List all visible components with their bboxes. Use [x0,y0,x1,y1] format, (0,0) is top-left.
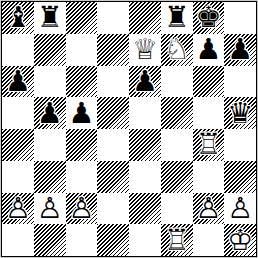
piece-outline-layer: ♖ [193,129,225,161]
piece-glyph-layer: ♟ [66,97,98,129]
square-e5[interactable] [129,97,161,129]
square-g5[interactable] [193,97,225,129]
piece-black-rook-icon[interactable]: ♜ [161,2,193,34]
square-d8[interactable] [97,2,129,34]
square-a2[interactable]: ♟♙ [2,193,34,225]
square-d4[interactable] [97,129,129,161]
square-h4[interactable] [224,129,256,161]
piece-black-pawn-icon[interactable]: ♟ [224,34,256,66]
piece-outline-layer: ♖ [161,224,193,256]
square-g2[interactable]: ♟♙ [193,193,225,225]
square-e4[interactable] [129,129,161,161]
square-a4[interactable] [2,129,34,161]
square-h3[interactable] [224,161,256,193]
square-h2[interactable]: ♟♙ [224,193,256,225]
square-f2[interactable] [161,193,193,225]
piece-outline-layer: ♙ [34,193,66,225]
square-h6[interactable] [224,66,256,98]
square-a5[interactable] [2,97,34,129]
piece-glyph-layer: ♜ [161,2,193,34]
piece-white-rook-icon[interactable]: ♜♖ [193,129,225,161]
square-b6[interactable] [34,66,66,98]
piece-black-rook-icon[interactable]: ♜ [34,2,66,34]
square-d5[interactable] [97,97,129,129]
square-a1[interactable] [2,224,34,256]
square-a6[interactable]: ♟ [2,66,34,98]
piece-glyph-layer: ♟ [193,34,225,66]
square-f3[interactable] [161,161,193,193]
chess-board: ♝♜♜♚♛♕♞♘♟♟♟♟♟♟♛♜♖♟♙♟♙♟♙♟♙♟♙♜♖♚♔ [1,1,257,257]
square-g8[interactable]: ♚ [193,2,225,34]
piece-outline-layer: ♔ [224,224,256,256]
square-f6[interactable] [161,66,193,98]
square-g7[interactable]: ♟ [193,34,225,66]
piece-white-pawn-icon[interactable]: ♟♙ [224,193,256,225]
piece-black-bishop-icon[interactable]: ♝ [2,2,34,34]
square-e1[interactable] [129,224,161,256]
square-h5[interactable]: ♛ [224,97,256,129]
square-b7[interactable] [34,34,66,66]
square-c1[interactable] [66,224,98,256]
square-b2[interactable]: ♟♙ [34,193,66,225]
piece-black-pawn-icon[interactable]: ♟ [129,66,161,98]
piece-black-pawn-icon[interactable]: ♟ [193,34,225,66]
piece-glyph-layer: ♛ [224,97,256,129]
square-e3[interactable] [129,161,161,193]
square-f7[interactable]: ♞♘ [161,34,193,66]
piece-white-pawn-icon[interactable]: ♟♙ [2,193,34,225]
square-c5[interactable]: ♟ [66,97,98,129]
square-e7[interactable]: ♛♕ [129,34,161,66]
piece-outline-layer: ♙ [193,193,225,225]
square-d1[interactable] [97,224,129,256]
square-f8[interactable]: ♜ [161,2,193,34]
piece-white-queen-icon[interactable]: ♛♕ [129,34,161,66]
piece-white-rook-icon[interactable]: ♜♖ [161,224,193,256]
piece-black-pawn-icon[interactable]: ♟ [66,97,98,129]
square-c2[interactable]: ♟♙ [66,193,98,225]
piece-black-pawn-icon[interactable]: ♟ [34,97,66,129]
chess-diagram: ♝♜♜♚♛♕♞♘♟♟♟♟♟♟♛♜♖♟♙♟♙♟♙♟♙♟♙♜♖♚♔ [0,0,258,258]
piece-white-pawn-icon[interactable]: ♟♙ [34,193,66,225]
square-d6[interactable] [97,66,129,98]
square-b8[interactable]: ♜ [34,2,66,34]
square-c6[interactable] [66,66,98,98]
piece-white-knight-icon[interactable]: ♞♘ [161,34,193,66]
piece-white-pawn-icon[interactable]: ♟♙ [193,193,225,225]
piece-outline-layer: ♘ [161,34,193,66]
square-f5[interactable] [161,97,193,129]
square-a8[interactable]: ♝ [2,2,34,34]
piece-outline-layer: ♙ [66,193,98,225]
piece-black-queen-icon[interactable]: ♛ [224,97,256,129]
piece-outline-layer: ♙ [2,193,34,225]
piece-glyph-layer: ♟ [224,34,256,66]
piece-outline-layer: ♕ [129,34,161,66]
square-g4[interactable]: ♜♖ [193,129,225,161]
square-d2[interactable] [97,193,129,225]
square-f1[interactable]: ♜♖ [161,224,193,256]
square-a7[interactable] [2,34,34,66]
piece-white-pawn-icon[interactable]: ♟♙ [66,193,98,225]
square-h8[interactable] [224,2,256,34]
square-e2[interactable] [129,193,161,225]
piece-black-pawn-icon[interactable]: ♟ [2,66,34,98]
square-e8[interactable] [129,2,161,34]
square-d7[interactable] [97,34,129,66]
square-a3[interactable] [2,161,34,193]
piece-black-king-icon[interactable]: ♚ [193,2,225,34]
square-c7[interactable] [66,34,98,66]
piece-glyph-layer: ♚ [193,2,225,34]
piece-white-king-icon[interactable]: ♚♔ [224,224,256,256]
square-e6[interactable]: ♟ [129,66,161,98]
square-g3[interactable] [193,161,225,193]
square-b4[interactable] [34,129,66,161]
square-h7[interactable]: ♟ [224,34,256,66]
piece-outline-layer: ♙ [224,193,256,225]
piece-glyph-layer: ♟ [34,97,66,129]
square-c4[interactable] [66,129,98,161]
square-b5[interactable]: ♟ [34,97,66,129]
piece-glyph-layer: ♜ [34,2,66,34]
piece-glyph-layer: ♟ [129,66,161,98]
square-h1[interactable]: ♚♔ [224,224,256,256]
square-f4[interactable] [161,129,193,161]
square-g1[interactable] [193,224,225,256]
square-c3[interactable] [66,161,98,193]
square-d3[interactable] [97,161,129,193]
square-b3[interactable] [34,161,66,193]
piece-glyph-layer: ♝ [2,2,34,34]
square-b1[interactable] [34,224,66,256]
square-g6[interactable] [193,66,225,98]
square-c8[interactable] [66,2,98,34]
piece-glyph-layer: ♟ [2,66,34,98]
